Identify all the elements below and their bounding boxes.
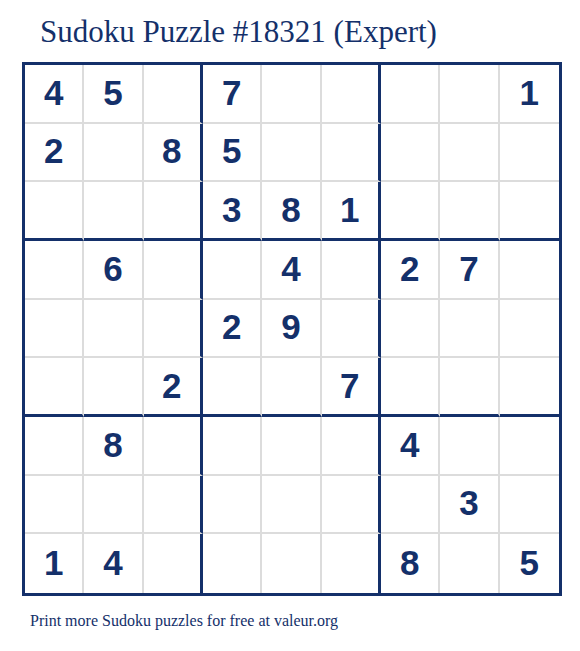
sudoku-cell-empty[interactable]: [322, 124, 381, 183]
sudoku-cell-empty[interactable]: [25, 358, 84, 417]
sudoku-cell-empty[interactable]: [381, 124, 440, 183]
sudoku-cell-empty[interactable]: [322, 417, 381, 476]
sudoku-cell-empty[interactable]: [381, 300, 440, 359]
sudoku-cell-empty[interactable]: [144, 65, 203, 124]
sudoku-cell-empty[interactable]: [500, 241, 559, 300]
sudoku-cell-empty[interactable]: [500, 358, 559, 417]
sudoku-cell-empty[interactable]: [203, 358, 262, 417]
sudoku-cell-given: 2: [381, 241, 440, 300]
sudoku-cell-empty[interactable]: [84, 124, 143, 183]
sudoku-cell-empty[interactable]: [144, 417, 203, 476]
sudoku-cell-empty[interactable]: [381, 476, 440, 535]
sudoku-cell-given: 8: [381, 534, 440, 593]
sudoku-cell-given: 7: [440, 241, 499, 300]
sudoku-cell-given: 2: [203, 300, 262, 359]
sudoku-cell-empty[interactable]: [25, 300, 84, 359]
sudoku-cell-given: 7: [203, 65, 262, 124]
sudoku-cell-empty[interactable]: [203, 241, 262, 300]
sudoku-cell-empty[interactable]: [84, 476, 143, 535]
sudoku-cell-given: 2: [25, 124, 84, 183]
sudoku-cell-empty[interactable]: [144, 534, 203, 593]
sudoku-cell-empty[interactable]: [25, 476, 84, 535]
sudoku-cell-given: 4: [262, 241, 321, 300]
sudoku-cell-empty[interactable]: [381, 358, 440, 417]
sudoku-cell-empty[interactable]: [84, 300, 143, 359]
sudoku-cell-empty[interactable]: [25, 182, 84, 241]
sudoku-cell-empty[interactable]: [84, 358, 143, 417]
sudoku-cell-empty[interactable]: [500, 124, 559, 183]
sudoku-board: 4571285381642729278431485: [22, 62, 562, 596]
sudoku-cell-empty[interactable]: [262, 124, 321, 183]
sudoku-cell-empty[interactable]: [440, 124, 499, 183]
sudoku-cell-empty[interactable]: [262, 358, 321, 417]
sudoku-cell-empty[interactable]: [322, 476, 381, 535]
sudoku-cell-given: 1: [25, 534, 84, 593]
sudoku-cell-given: 1: [322, 182, 381, 241]
sudoku-cell-given: 3: [440, 476, 499, 535]
sudoku-cell-empty[interactable]: [25, 417, 84, 476]
sudoku-cell-empty[interactable]: [262, 534, 321, 593]
sudoku-cell-empty[interactable]: [440, 417, 499, 476]
sudoku-cell-empty[interactable]: [500, 476, 559, 535]
sudoku-cell-empty[interactable]: [322, 300, 381, 359]
sudoku-cell-given: 8: [262, 182, 321, 241]
footer-text: Print more Sudoku puzzles for free at va…: [30, 612, 338, 630]
sudoku-cell-given: 4: [25, 65, 84, 124]
sudoku-cell-empty[interactable]: [144, 182, 203, 241]
sudoku-cell-empty[interactable]: [84, 182, 143, 241]
page-title: Sudoku Puzzle #18321 (Expert): [40, 14, 437, 50]
sudoku-cell-given: 6: [84, 241, 143, 300]
sudoku-cell-empty[interactable]: [144, 300, 203, 359]
sudoku-cell-empty[interactable]: [440, 358, 499, 417]
sudoku-cell-empty[interactable]: [322, 241, 381, 300]
sudoku-cell-empty[interactable]: [440, 182, 499, 241]
sudoku-cell-empty[interactable]: [203, 417, 262, 476]
sudoku-cell-empty[interactable]: [203, 534, 262, 593]
sudoku-cell-empty[interactable]: [381, 182, 440, 241]
sudoku-cell-given: 2: [144, 358, 203, 417]
sudoku-cell-empty[interactable]: [262, 476, 321, 535]
sudoku-cell-empty[interactable]: [25, 241, 84, 300]
sudoku-cell-empty[interactable]: [500, 300, 559, 359]
sudoku-cell-empty[interactable]: [262, 65, 321, 124]
sudoku-cell-empty[interactable]: [500, 182, 559, 241]
sudoku-cell-given: 5: [500, 534, 559, 593]
sudoku-cell-given: 7: [322, 358, 381, 417]
sudoku-cell-empty[interactable]: [440, 65, 499, 124]
sudoku-cell-empty[interactable]: [500, 417, 559, 476]
sudoku-cell-given: 8: [84, 417, 143, 476]
sudoku-cell-given: 1: [500, 65, 559, 124]
sudoku-cell-given: 4: [84, 534, 143, 593]
sudoku-cell-given: 3: [203, 182, 262, 241]
sudoku-cell-given: 5: [84, 65, 143, 124]
sudoku-cell-empty[interactable]: [144, 476, 203, 535]
sudoku-cell-empty[interactable]: [440, 300, 499, 359]
sudoku-cell-given: 5: [203, 124, 262, 183]
sudoku-cell-empty[interactable]: [262, 417, 321, 476]
sudoku-cell-empty[interactable]: [440, 534, 499, 593]
sudoku-cell-empty[interactable]: [203, 476, 262, 535]
sudoku-cell-empty[interactable]: [322, 65, 381, 124]
printable-sudoku-page: Sudoku Puzzle #18321 (Expert) 4571285381…: [0, 0, 580, 651]
sudoku-cell-empty[interactable]: [144, 241, 203, 300]
sudoku-cell-given: 4: [381, 417, 440, 476]
sudoku-cell-given: 9: [262, 300, 321, 359]
sudoku-cell-empty[interactable]: [322, 534, 381, 593]
sudoku-cell-empty[interactable]: [381, 65, 440, 124]
sudoku-cell-given: 8: [144, 124, 203, 183]
